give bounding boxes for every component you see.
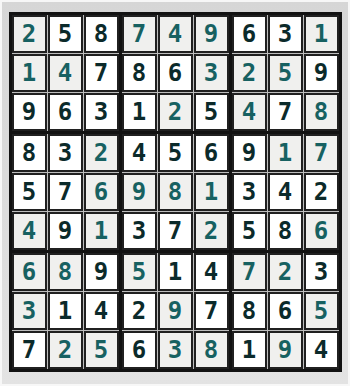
cell-r1c4[interactable]: 7 [122, 15, 157, 53]
cell-r4c9[interactable]: 7 [304, 134, 339, 172]
cell-r1c5[interactable]: 4 [158, 15, 193, 53]
cell-r6c8[interactable]: 8 [268, 212, 303, 250]
cell-r4c3[interactable]: 2 [84, 134, 119, 172]
cell-r1c6[interactable]: 9 [194, 15, 229, 53]
sudoku-panel: 2581479637498631256312594788325764914569… [0, 0, 350, 386]
cell-r5c8[interactable]: 4 [268, 173, 303, 211]
cell-r2c7[interactable]: 2 [232, 54, 267, 92]
cell-r2c9[interactable]: 9 [304, 54, 339, 92]
box-r2c2: 456981372 [122, 134, 229, 250]
cell-r5c9[interactable]: 2 [304, 173, 339, 211]
cell-r5c4[interactable]: 9 [122, 173, 157, 211]
cell-r6c6[interactable]: 2 [194, 212, 229, 250]
cell-r9c8[interactable]: 9 [268, 331, 303, 369]
cell-r7c1[interactable]: 6 [12, 253, 47, 291]
box-r1c1: 258147963 [12, 15, 119, 131]
cell-r6c5[interactable]: 7 [158, 212, 193, 250]
cell-r1c2[interactable]: 5 [48, 15, 83, 53]
cell-r7c8[interactable]: 2 [268, 253, 303, 291]
cell-r8c4[interactable]: 2 [122, 292, 157, 330]
cell-r6c4[interactable]: 3 [122, 212, 157, 250]
sudoku-board: 2581479637498631256312594788325764914569… [9, 12, 342, 372]
cell-r2c4[interactable]: 8 [122, 54, 157, 92]
cell-r8c9[interactable]: 5 [304, 292, 339, 330]
cell-r3c9[interactable]: 8 [304, 93, 339, 131]
cell-r9c9[interactable]: 4 [304, 331, 339, 369]
cell-r9c2[interactable]: 2 [48, 331, 83, 369]
cell-r4c5[interactable]: 5 [158, 134, 193, 172]
cell-r5c7[interactable]: 3 [232, 173, 267, 211]
cell-r9c5[interactable]: 3 [158, 331, 193, 369]
cell-r3c4[interactable]: 1 [122, 93, 157, 131]
cell-r7c4[interactable]: 5 [122, 253, 157, 291]
cell-r4c4[interactable]: 4 [122, 134, 157, 172]
cell-r5c2[interactable]: 7 [48, 173, 83, 211]
box-r3c1: 689314725 [12, 253, 119, 369]
cell-r1c3[interactable]: 8 [84, 15, 119, 53]
box-r1c3: 631259478 [232, 15, 339, 131]
cell-r1c9[interactable]: 1 [304, 15, 339, 53]
box-r3c3: 723865194 [232, 253, 339, 369]
box-r1c2: 749863125 [122, 15, 229, 131]
cell-r4c2[interactable]: 3 [48, 134, 83, 172]
cell-r7c7[interactable]: 7 [232, 253, 267, 291]
cell-r2c3[interactable]: 7 [84, 54, 119, 92]
cell-r9c3[interactable]: 5 [84, 331, 119, 369]
cell-r7c3[interactable]: 9 [84, 253, 119, 291]
cell-r5c5[interactable]: 8 [158, 173, 193, 211]
cell-r5c1[interactable]: 5 [12, 173, 47, 211]
cell-r6c9[interactable]: 6 [304, 212, 339, 250]
cell-r3c3[interactable]: 3 [84, 93, 119, 131]
cell-r5c6[interactable]: 1 [194, 173, 229, 211]
cell-r4c8[interactable]: 1 [268, 134, 303, 172]
cell-r3c1[interactable]: 9 [12, 93, 47, 131]
box-r2c3: 917342586 [232, 134, 339, 250]
cell-r1c7[interactable]: 6 [232, 15, 267, 53]
cell-r7c9[interactable]: 3 [304, 253, 339, 291]
cell-r3c7[interactable]: 4 [232, 93, 267, 131]
cell-r3c2[interactable]: 6 [48, 93, 83, 131]
cell-r6c2[interactable]: 9 [48, 212, 83, 250]
cell-r8c5[interactable]: 9 [158, 292, 193, 330]
cell-r9c1[interactable]: 7 [12, 331, 47, 369]
cell-r2c8[interactable]: 5 [268, 54, 303, 92]
cell-r4c1[interactable]: 8 [12, 134, 47, 172]
box-r3c2: 514297638 [122, 253, 229, 369]
cell-r9c4[interactable]: 6 [122, 331, 157, 369]
cell-r8c8[interactable]: 6 [268, 292, 303, 330]
cell-r8c1[interactable]: 3 [12, 292, 47, 330]
cell-r7c2[interactable]: 8 [48, 253, 83, 291]
cell-r4c6[interactable]: 6 [194, 134, 229, 172]
cell-r5c3[interactable]: 6 [84, 173, 119, 211]
cell-r8c3[interactable]: 4 [84, 292, 119, 330]
cell-r8c2[interactable]: 1 [48, 292, 83, 330]
cell-r9c6[interactable]: 8 [194, 331, 229, 369]
cell-r3c8[interactable]: 7 [268, 93, 303, 131]
cell-r8c7[interactable]: 8 [232, 292, 267, 330]
cell-r1c1[interactable]: 2 [12, 15, 47, 53]
cell-r9c7[interactable]: 1 [232, 331, 267, 369]
cell-r7c6[interactable]: 4 [194, 253, 229, 291]
cell-r6c1[interactable]: 4 [12, 212, 47, 250]
cell-r1c8[interactable]: 3 [268, 15, 303, 53]
cell-r4c7[interactable]: 9 [232, 134, 267, 172]
cell-r2c2[interactable]: 4 [48, 54, 83, 92]
cell-r3c6[interactable]: 5 [194, 93, 229, 131]
cell-r8c6[interactable]: 7 [194, 292, 229, 330]
cell-r7c5[interactable]: 1 [158, 253, 193, 291]
cell-r2c5[interactable]: 6 [158, 54, 193, 92]
cell-r2c1[interactable]: 1 [12, 54, 47, 92]
cell-r6c3[interactable]: 1 [84, 212, 119, 250]
cell-r6c7[interactable]: 5 [232, 212, 267, 250]
cell-r2c6[interactable]: 3 [194, 54, 229, 92]
box-r2c1: 832576491 [12, 134, 119, 250]
cell-r3c5[interactable]: 2 [158, 93, 193, 131]
